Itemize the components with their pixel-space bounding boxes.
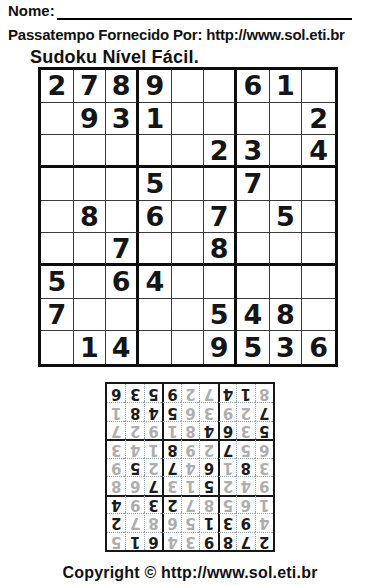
solution-cell-r8c9: 1: [107, 402, 125, 420]
solution-cell-r2c3: 3: [218, 513, 236, 531]
puzzle-cell-r9c1: [41, 331, 74, 364]
solution-cell-r1c3: 8: [218, 532, 236, 550]
solution-cell-r8c8: 8: [125, 402, 143, 420]
solution-cell-r2c4: 1: [199, 513, 217, 531]
puzzle-cell-r5c9: [302, 201, 335, 234]
puzzle-cell-r9c7: 5: [237, 331, 270, 364]
puzzle-cell-r1c9: [302, 70, 335, 103]
solution-cell-r1c6: 4: [162, 532, 180, 550]
puzzle-cell-r8c7: 4: [237, 299, 270, 332]
solution-cell-r2c6: 6: [162, 513, 180, 531]
solution-cell-r3c1: 1: [255, 495, 273, 513]
puzzle-cell-r8c6: 5: [204, 299, 237, 332]
solution-cell-r1c2: 7: [236, 532, 254, 550]
solution-cell-r2c7: 8: [144, 513, 162, 531]
solution-cell-r4c5: 1: [181, 476, 199, 494]
solution-cell-r7c1: 5: [255, 421, 273, 439]
solution-cell-r3c7: 3: [144, 495, 162, 513]
puzzle-cell-r6c5: [172, 233, 205, 266]
solution-cell-r5c1: 3: [255, 458, 273, 476]
solution-cell-r9c5: 2: [181, 384, 199, 402]
puzzle-cell-r6c3: 7: [106, 233, 139, 266]
puzzle-cell-r3c6: 2: [204, 135, 237, 168]
puzzle-cell-r2c4: 1: [139, 103, 172, 136]
solution-cell-r6c7: 1: [144, 439, 162, 457]
solution-cell-r7c7: 9: [144, 421, 162, 439]
solution-cell-r5c6: 7: [162, 458, 180, 476]
solution-cell-r3c5: 7: [181, 495, 199, 513]
puzzle-cell-r8c9: [302, 299, 335, 332]
puzzle-cell-r1c2: 7: [74, 70, 107, 103]
puzzle-cell-r5c4: 6: [139, 201, 172, 234]
solution-cell-r5c8: 5: [125, 458, 143, 476]
puzzle-cell-r1c4: 9: [139, 70, 172, 103]
puzzle-cell-r8c1: 7: [41, 299, 74, 332]
solution-cell-r2c9: 2: [107, 513, 125, 531]
solution-cell-r4c1: 9: [255, 476, 273, 494]
puzzle-cell-r2c2: 9: [74, 103, 107, 136]
puzzle-cell-r2c5: [172, 103, 205, 136]
solution-cell-r2c5: 5: [181, 513, 199, 531]
solution-cell-r3c4: 8: [199, 495, 217, 513]
name-blank-line: [57, 2, 352, 20]
puzzle-cell-r2c1: [41, 103, 74, 136]
puzzle-cell-r7c2: [74, 266, 107, 299]
puzzle-cell-r3c1: [41, 135, 74, 168]
solution-cell-r6c3: 7: [218, 439, 236, 457]
puzzle-cell-r8c3: [106, 299, 139, 332]
puzzle-cell-r1c6: [204, 70, 237, 103]
solution-cell-r8c6: 5: [162, 402, 180, 420]
puzzle-cell-r5c1: [41, 201, 74, 234]
puzzle-cell-r2c7: [237, 103, 270, 136]
solution-cell-r3c9: 4: [107, 495, 125, 513]
puzzle-cell-r9c6: 9: [204, 331, 237, 364]
solution-cell-r5c4: 6: [199, 458, 217, 476]
solution-cell-r4c6: 3: [162, 476, 180, 494]
solution-cell-r9c2: 1: [236, 384, 254, 402]
puzzle-cell-r6c6: 8: [204, 233, 237, 266]
puzzle-cell-r3c2: [74, 135, 107, 168]
solution-cell-r9c8: 3: [125, 384, 143, 402]
sudoku-puzzle-grid: 2789619312234578675785647548149536: [38, 67, 338, 367]
puzzle-cell-r2c9: 2: [302, 103, 335, 136]
puzzle-cell-r7c6: [204, 266, 237, 299]
solution-cell-r4c8: 6: [125, 476, 143, 494]
name-row: Nome:: [8, 2, 352, 20]
solution-cell-r7c4: 4: [199, 421, 217, 439]
solution-cell-r7c9: 7: [107, 421, 125, 439]
puzzle-cell-r4c5: [172, 168, 205, 201]
solution-cell-r3c8: 9: [125, 495, 143, 513]
puzzle-cell-r7c9: [302, 266, 335, 299]
puzzle-cell-r6c1: [41, 233, 74, 266]
solution-cell-r6c4: 2: [199, 439, 217, 457]
puzzle-cell-r9c5: [172, 331, 205, 364]
puzzle-cell-r2c8: [270, 103, 303, 136]
puzzle-cell-r2c6: [204, 103, 237, 136]
puzzle-cell-r4c1: [41, 168, 74, 201]
puzzle-cell-r7c4: 4: [139, 266, 172, 299]
solution-cell-r6c6: 8: [162, 439, 180, 457]
puzzle-cell-r3c4: [139, 135, 172, 168]
solution-cell-r6c1: 6: [255, 439, 273, 457]
solution-cell-r2c8: 7: [125, 513, 143, 531]
solution-cell-r1c9: 5: [107, 532, 125, 550]
puzzle-cell-r9c8: 3: [270, 331, 303, 364]
solution-cell-r8c5: 6: [181, 402, 199, 420]
puzzle-cell-r6c9: [302, 233, 335, 266]
puzzle-cell-r4c4: 5: [139, 168, 172, 201]
solution-cell-r7c2: 3: [236, 421, 254, 439]
puzzle-cell-r4c3: [106, 168, 139, 201]
puzzle-cell-r4c8: [270, 168, 303, 201]
solution-cell-r9c7: 5: [144, 384, 162, 402]
solution-cell-r5c9: 9: [107, 458, 125, 476]
solution-cell-r9c6: 9: [162, 384, 180, 402]
solution-cell-r7c5: 8: [181, 421, 199, 439]
solution-cell-r6c5: 9: [181, 439, 199, 457]
solution-cell-r9c9: 6: [107, 384, 125, 402]
solution-cell-r8c7: 4: [144, 402, 162, 420]
solution-cell-r8c1: 7: [255, 402, 273, 420]
puzzle-cell-r6c2: [74, 233, 107, 266]
solution-cell-r6c2: 5: [236, 439, 254, 457]
solution-cell-r5c3: 1: [218, 458, 236, 476]
puzzle-cell-r3c3: [106, 135, 139, 168]
solution-cell-r4c9: 8: [107, 476, 125, 494]
puzzle-cell-r7c8: [270, 266, 303, 299]
puzzle-cell-r7c7: [237, 266, 270, 299]
solution-cell-r1c1: 2: [255, 532, 273, 550]
solution-cell-r8c3: 9: [218, 402, 236, 420]
puzzle-cell-r8c8: 8: [270, 299, 303, 332]
puzzle-cell-r9c2: 1: [74, 331, 107, 364]
solution-cell-r3c3: 5: [218, 495, 236, 513]
solution-cell-r1c8: 1: [125, 532, 143, 550]
puzzle-cell-r1c1: 2: [41, 70, 74, 103]
puzzle-cell-r4c9: [302, 168, 335, 201]
solution-cell-r5c2: 8: [236, 458, 254, 476]
solution-cell-r3c6: 2: [162, 495, 180, 513]
puzzle-cell-r7c5: [172, 266, 205, 299]
solution-cell-r7c8: 2: [125, 421, 143, 439]
puzzle-cell-r3c7: 3: [237, 135, 270, 168]
puzzle-cell-r5c3: [106, 201, 139, 234]
solution-cell-r9c4: 7: [199, 384, 217, 402]
sudoku-solution-grid-rotated: 2789346154931568721658723949425137683816…: [105, 382, 275, 552]
puzzle-cell-r4c7: 7: [237, 168, 270, 201]
solution-cell-r1c4: 9: [199, 532, 217, 550]
puzzle-cell-r9c9: 6: [302, 331, 335, 364]
solution-cell-r2c1: 4: [255, 513, 273, 531]
solution-cell-r3c2: 6: [236, 495, 254, 513]
puzzle-cell-r7c1: 5: [41, 266, 74, 299]
copyright-text: Copyright © http://www.sol.eti.br: [8, 564, 372, 582]
solution-cell-r7c6: 1: [162, 421, 180, 439]
solution-cell-r5c5: 4: [181, 458, 199, 476]
puzzle-cell-r9c3: 4: [106, 331, 139, 364]
puzzle-cell-r7c3: 6: [106, 266, 139, 299]
puzzle-cell-r3c9: 4: [302, 135, 335, 168]
provided-by-text: Passatempo Fornecido Por: http://www.sol…: [8, 26, 372, 43]
solution-cell-r4c4: 5: [199, 476, 217, 494]
solution-cell-r9c3: 4: [218, 384, 236, 402]
puzzle-cell-r1c3: 8: [106, 70, 139, 103]
solution-cell-r6c8: 4: [125, 439, 143, 457]
puzzle-cell-r5c7: [237, 201, 270, 234]
puzzle-cell-r8c2: [74, 299, 107, 332]
solution-cell-r2c2: 9: [236, 513, 254, 531]
solution-cell-r5c7: 2: [144, 458, 162, 476]
solution-cell-r1c5: 3: [181, 532, 199, 550]
solution-cell-r4c2: 4: [236, 476, 254, 494]
solution-cell-r8c2: 2: [236, 402, 254, 420]
puzzle-cell-r4c6: [204, 168, 237, 201]
puzzle-cell-r5c2: 8: [74, 201, 107, 234]
puzzle-cell-r5c8: 5: [270, 201, 303, 234]
solution-cell-r4c3: 2: [218, 476, 236, 494]
solution-cell-r6c9: 3: [107, 439, 125, 457]
solution-cell-r9c1: 8: [255, 384, 273, 402]
puzzle-cell-r8c5: [172, 299, 205, 332]
puzzle-cell-r6c8: [270, 233, 303, 266]
puzzle-cell-r5c6: 7: [204, 201, 237, 234]
puzzle-cell-r4c2: [74, 168, 107, 201]
name-label: Nome:: [8, 2, 55, 20]
puzzle-cell-r1c8: 1: [270, 70, 303, 103]
puzzle-cell-r3c8: [270, 135, 303, 168]
puzzle-cell-r2c3: 3: [106, 103, 139, 136]
solution-cell-r8c4: 3: [199, 402, 217, 420]
solution-cell-r7c3: 6: [218, 421, 236, 439]
puzzle-cell-r9c4: [139, 331, 172, 364]
page-title: Sudoku Nível Fácil.: [30, 48, 372, 66]
puzzle-cell-r6c7: [237, 233, 270, 266]
puzzle-cell-r6c4: [139, 233, 172, 266]
puzzle-cell-r5c5: [172, 201, 205, 234]
worksheet-page: Nome: Passatempo Fornecido Por: http://w…: [0, 0, 380, 582]
puzzle-cell-r1c7: 6: [237, 70, 270, 103]
puzzle-cell-r1c5: [172, 70, 205, 103]
solution-cell-r1c7: 6: [144, 532, 162, 550]
solution-cell-r4c7: 7: [144, 476, 162, 494]
puzzle-cell-r3c5: [172, 135, 205, 168]
puzzle-cell-r8c4: [139, 299, 172, 332]
